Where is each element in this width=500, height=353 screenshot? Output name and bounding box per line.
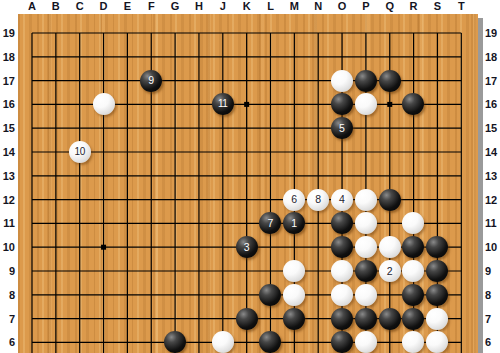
stone-black-F17: 9 — [140, 70, 162, 92]
stone-white-O12: 4 — [331, 189, 353, 211]
column-label-S: S — [434, 0, 441, 14]
column-label-P: P — [362, 0, 369, 14]
row-label-right-14: 14 — [485, 145, 500, 159]
stone-black-L8 — [259, 284, 281, 306]
row-label-left-9: 9 — [0, 264, 15, 278]
row-label-right-6: 6 — [485, 335, 500, 349]
column-label-O: O — [338, 0, 347, 14]
row-label-left-11: 11 — [0, 216, 15, 230]
column-label-Q: Q — [385, 0, 394, 14]
column-label-E: E — [124, 0, 131, 14]
row-label-left-13: 13 — [0, 169, 15, 183]
stone-black-M11: 1 — [283, 212, 305, 234]
row-label-left-18: 18 — [0, 50, 15, 64]
stone-black-O15: 5 — [331, 117, 353, 139]
stone-white-S7 — [426, 308, 448, 330]
row-label-right-10: 10 — [485, 240, 500, 254]
column-label-G: G — [171, 0, 180, 14]
row-label-right-7: 7 — [485, 312, 500, 326]
stone-black-S8 — [426, 284, 448, 306]
board-shadow — [478, 18, 483, 353]
stone-white-M9 — [283, 260, 305, 282]
stone-black-L11: 7 — [259, 212, 281, 234]
go-game-viewer: { "game": "go", "board": { "size": 19, "… — [0, 0, 500, 353]
stone-white-M8 — [283, 284, 305, 306]
stones-layer: 9115106847132 — [20, 21, 473, 353]
row-label-left-8: 8 — [0, 288, 15, 302]
stone-black-Q7 — [379, 308, 401, 330]
stone-black-G6 — [164, 331, 186, 353]
stone-black-Q17 — [379, 70, 401, 92]
stone-white-Q9: 2 — [379, 260, 401, 282]
stone-black-M7 — [283, 308, 305, 330]
stone-black-O7 — [331, 308, 353, 330]
column-label-T: T — [458, 0, 465, 14]
row-label-left-15: 15 — [0, 121, 15, 135]
row-label-left-17: 17 — [0, 74, 15, 88]
stone-black-P7 — [355, 308, 377, 330]
row-label-right-9: 9 — [485, 264, 500, 278]
stone-white-D16 — [93, 93, 115, 115]
stone-black-O6 — [331, 331, 353, 353]
row-label-left-10: 10 — [0, 240, 15, 254]
stone-black-R8 — [402, 284, 424, 306]
stone-black-O10 — [331, 236, 353, 258]
column-label-F: F — [148, 0, 155, 14]
row-label-left-19: 19 — [0, 26, 15, 40]
row-label-left-7: 7 — [0, 312, 15, 326]
column-label-K: K — [243, 0, 251, 14]
column-label-A: A — [28, 0, 36, 14]
column-label-N: N — [314, 0, 322, 14]
column-label-D: D — [100, 0, 108, 14]
stone-white-M12: 6 — [283, 189, 305, 211]
stone-black-R16 — [402, 93, 424, 115]
stone-white-P8 — [355, 284, 377, 306]
stone-black-P17 — [355, 70, 377, 92]
stone-black-P9 — [355, 260, 377, 282]
row-label-left-16: 16 — [0, 97, 15, 111]
stone-white-P6 — [355, 331, 377, 353]
stone-black-S10 — [426, 236, 448, 258]
stone-black-K10: 3 — [236, 236, 258, 258]
row-label-right-18: 18 — [485, 50, 500, 64]
stone-white-R9 — [402, 260, 424, 282]
stone-black-Q12 — [379, 189, 401, 211]
stone-white-J6 — [212, 331, 234, 353]
row-label-right-11: 11 — [485, 216, 500, 230]
column-label-M: M — [290, 0, 299, 14]
row-label-left-12: 12 — [0, 193, 15, 207]
stone-black-L6 — [259, 331, 281, 353]
stone-white-P16 — [355, 93, 377, 115]
row-label-right-13: 13 — [485, 169, 500, 183]
column-label-J: J — [220, 0, 226, 14]
column-label-L: L — [267, 0, 274, 14]
row-label-left-14: 14 — [0, 145, 15, 159]
stone-white-R6 — [402, 331, 424, 353]
stone-white-O17 — [331, 70, 353, 92]
stone-black-O11 — [331, 212, 353, 234]
stone-black-J16: 11 — [212, 93, 234, 115]
stone-white-P11 — [355, 212, 377, 234]
row-label-right-12: 12 — [485, 193, 500, 207]
column-label-B: B — [52, 0, 60, 14]
stone-white-C14: 10 — [69, 141, 91, 163]
stone-white-Q10 — [379, 236, 401, 258]
stone-white-O9 — [331, 260, 353, 282]
stone-black-R10 — [402, 236, 424, 258]
column-label-R: R — [410, 0, 418, 14]
stone-black-O16 — [331, 93, 353, 115]
row-label-right-16: 16 — [485, 97, 500, 111]
row-label-right-17: 17 — [485, 74, 500, 88]
stone-black-R7 — [402, 308, 424, 330]
row-label-left-6: 6 — [0, 335, 15, 349]
row-label-right-8: 8 — [485, 288, 500, 302]
row-label-right-19: 19 — [485, 26, 500, 40]
stone-black-K7 — [236, 308, 258, 330]
stone-white-P10 — [355, 236, 377, 258]
stone-white-R11 — [402, 212, 424, 234]
row-label-right-15: 15 — [485, 121, 500, 135]
column-label-H: H — [195, 0, 203, 14]
stone-white-N12: 8 — [307, 189, 329, 211]
go-board[interactable]: 9115106847132 — [18, 14, 478, 353]
stone-white-P12 — [355, 189, 377, 211]
stone-white-O8 — [331, 284, 353, 306]
stone-black-S9 — [426, 260, 448, 282]
column-label-C: C — [76, 0, 84, 14]
stone-white-S6 — [426, 331, 448, 353]
